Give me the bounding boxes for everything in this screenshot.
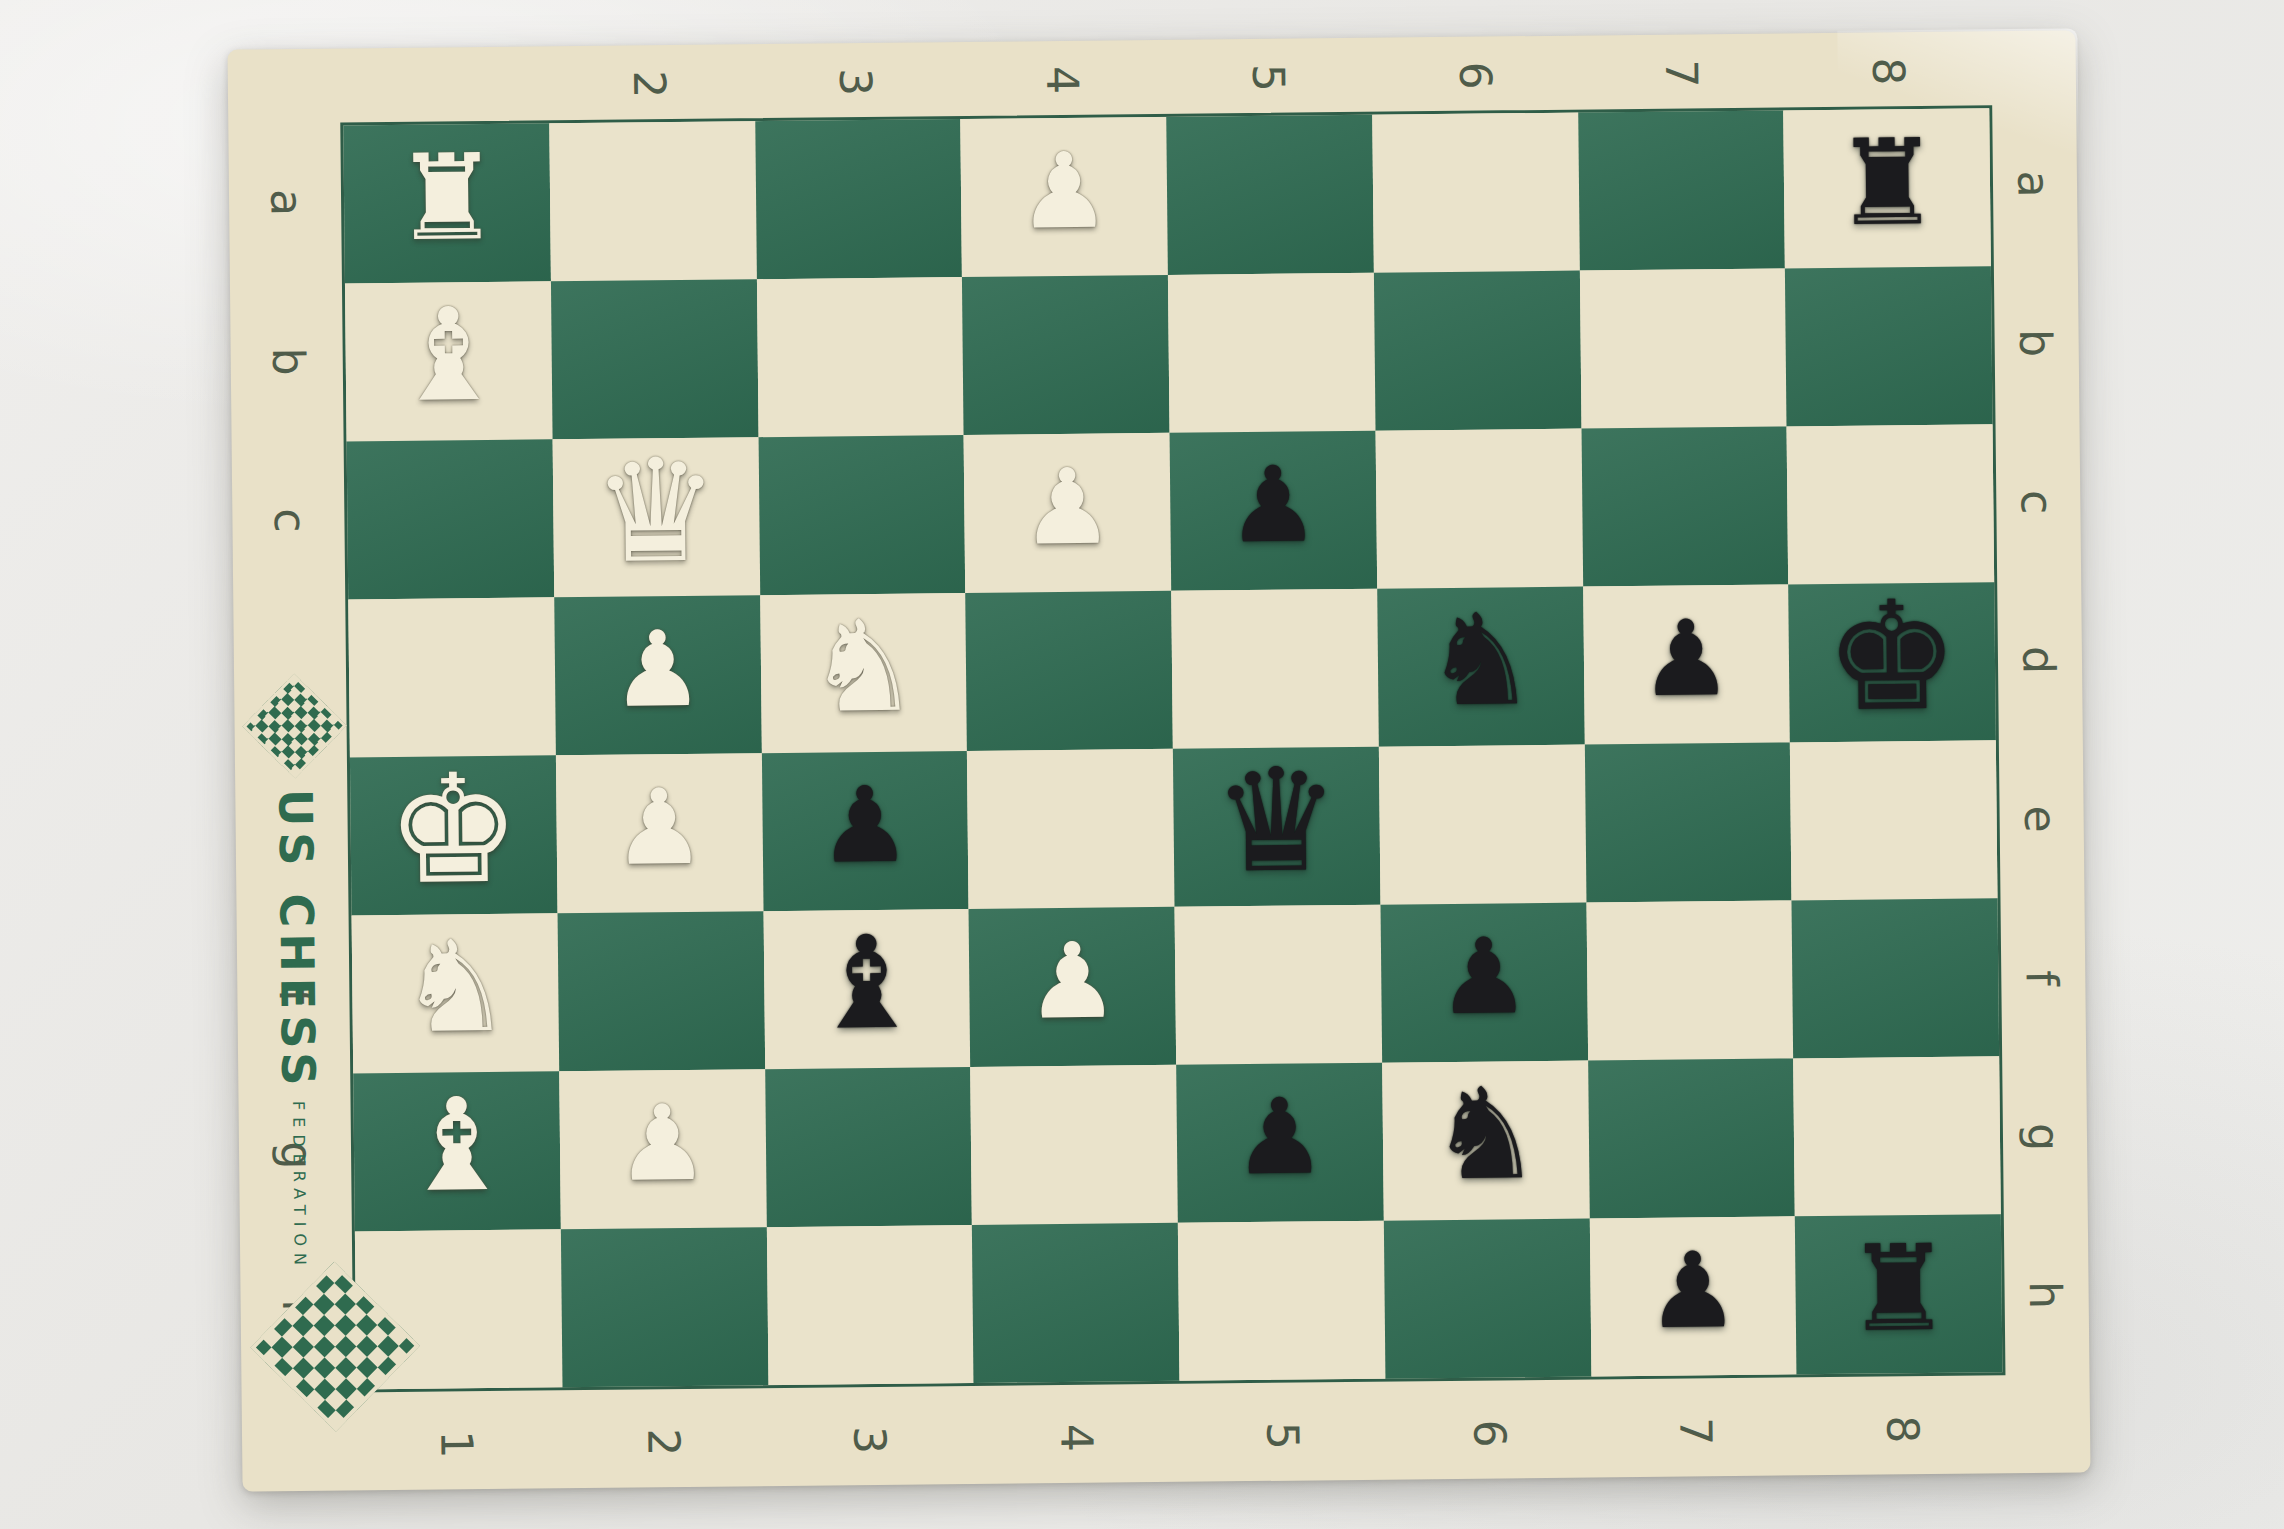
square-g5: ♟ — [1176, 1063, 1383, 1223]
square-f1: ♞ — [352, 913, 559, 1073]
white-pawn-e2: ♟ — [612, 775, 706, 880]
square-e4 — [967, 749, 1174, 909]
coordinate-label-2: 2 — [628, 1339, 700, 1529]
square-e6 — [1379, 745, 1586, 905]
coordinate-label-h: h — [1966, 1258, 2126, 1334]
white-rook-a1: ♜ — [393, 138, 500, 257]
coordinate-label-f: f — [1963, 940, 2123, 1016]
square-b1: ♝ — [345, 281, 552, 441]
coordinate-label-b: b — [1956, 305, 2116, 381]
top-rank-labels: 2345678 — [340, 39, 1993, 118]
square-f5 — [1175, 905, 1382, 1065]
white-pawn-a4: ♟ — [1017, 138, 1111, 243]
square-f2 — [557, 911, 764, 1071]
square-f3: ♝ — [763, 909, 970, 1069]
coordinate-label-e: e — [1961, 781, 2121, 857]
white-knight-d3: ♞ — [806, 604, 920, 731]
right-file-labels: abcdefgh — [1996, 104, 2083, 1375]
square-d3: ♞ — [760, 593, 967, 753]
coordinate-label-b: b — [209, 320, 369, 402]
knight-emblem-icon — [242, 674, 347, 779]
square-e7 — [1584, 742, 1791, 902]
square-b3 — [756, 277, 963, 437]
square-b7 — [1579, 268, 1786, 428]
square-g4 — [970, 1065, 1177, 1225]
black-pawn-h7: ♟ — [1646, 1238, 1740, 1343]
black-rook-a8: ♜ — [1834, 123, 1941, 242]
white-bishop-g1: ♝ — [399, 1081, 515, 1210]
black-pawn-g5: ♟ — [1233, 1084, 1327, 1189]
white-knight-f1: ♞ — [398, 924, 512, 1051]
square-f6: ♟ — [1380, 903, 1587, 1063]
logo-text-federation: FEDERATION — [289, 1101, 310, 1272]
square-b4 — [962, 275, 1169, 435]
us-chess-federation-logo: US CHESS FEDERATION — [242, 689, 352, 1273]
square-b5 — [1168, 273, 1375, 433]
square-c2: ♛ — [552, 437, 759, 597]
white-pawn-d2: ♟ — [610, 617, 704, 722]
coordinate-label-1: 1 — [421, 1341, 493, 1529]
white-pawn-f4: ♟ — [1025, 928, 1119, 1033]
bottom-rank-labels: 12345678 — [354, 1393, 2007, 1480]
square-b2 — [551, 279, 758, 439]
coordinate-label-a: a — [207, 162, 367, 244]
square-d7: ♟ — [1583, 584, 1790, 744]
coordinate-label-d: d — [1959, 623, 2119, 699]
square-d5 — [1171, 589, 1378, 749]
coordinate-label-3: 3 — [834, 1336, 906, 1529]
coordinate-label-c: c — [1958, 464, 2118, 540]
square-b6 — [1374, 271, 1581, 431]
coordinate-label-a: a — [1954, 146, 2114, 222]
coordinate-label-g: g — [1964, 1099, 2124, 1175]
black-pawn-f6: ♟ — [1437, 924, 1531, 1029]
coordinate-label-2: 2 — [618, 0, 682, 188]
black-queen-e5: ♛ — [1212, 749, 1341, 892]
logo-text-us-chess: US CHESS — [268, 789, 325, 1092]
square-e5: ♛ — [1173, 747, 1380, 907]
square-c4: ♟ — [964, 433, 1171, 593]
coordinate-label-4: 4 — [1041, 1334, 1113, 1529]
square-d1 — [348, 597, 555, 757]
playing-area: ♜♟♜♝♛♟♟♟♞♞♟♚♚♟♟♛♞♝♟♟♝♟♟♞♟♜ — [340, 105, 2005, 1392]
black-pawn-e3: ♟ — [818, 773, 912, 878]
chess-mat: 2345678 12345678 abcfgh abcdefgh US CHES… — [228, 30, 2091, 1491]
square-e1: ♚ — [350, 755, 557, 915]
black-knight-g6: ♞ — [1428, 1071, 1542, 1198]
square-c7 — [1581, 426, 1788, 586]
coordinate-label-c: c — [211, 479, 371, 561]
white-pawn-c4: ♟ — [1020, 454, 1114, 559]
black-pawn-c5: ♟ — [1226, 452, 1320, 557]
square-f4: ♟ — [969, 907, 1176, 1067]
square-c3 — [758, 435, 965, 595]
black-knight-d6: ♞ — [1423, 597, 1537, 724]
white-queen-c2: ♛ — [592, 440, 721, 583]
square-g6: ♞ — [1382, 1061, 1589, 1221]
square-a4: ♟ — [961, 117, 1168, 277]
white-bishop-b1: ♝ — [391, 291, 507, 420]
square-d6: ♞ — [1377, 587, 1584, 747]
square-g7 — [1588, 1058, 1795, 1218]
square-g2: ♟ — [559, 1069, 766, 1229]
coordinate-label-5: 5 — [1237, 0, 1301, 181]
coordinate-label-7: 7 — [1660, 1328, 1732, 1529]
coordinate-label-3: 3 — [824, 0, 888, 186]
white-king-e1: ♚ — [386, 754, 522, 905]
white-pawn-g2: ♟ — [615, 1091, 709, 1196]
black-king-d8: ♚ — [1824, 581, 1960, 732]
square-f7 — [1586, 900, 1793, 1060]
square-a1: ♜ — [343, 123, 550, 283]
square-e2: ♟ — [556, 753, 763, 913]
black-bishop-f3: ♝ — [809, 918, 925, 1047]
coordinate-label-blank — [340, 54, 547, 118]
black-pawn-d7: ♟ — [1639, 606, 1733, 711]
square-g3 — [765, 1067, 972, 1227]
coordinate-label-5: 5 — [1247, 1332, 1319, 1529]
coordinate-label-6: 6 — [1444, 0, 1508, 179]
square-g1: ♝ — [353, 1071, 560, 1231]
coordinate-label-7: 7 — [1650, 0, 1714, 177]
black-rook-h8: ♜ — [1845, 1229, 1952, 1348]
square-c5: ♟ — [1170, 431, 1377, 591]
board-grid: ♜♟♜♝♛♟♟♟♞♞♟♚♚♟♟♛♞♝♟♟♝♟♟♞♟♜ — [343, 108, 2002, 1389]
square-c6 — [1375, 429, 1582, 589]
coordinate-label-6: 6 — [1454, 1330, 1526, 1529]
square-d2: ♟ — [554, 595, 761, 755]
square-e3: ♟ — [761, 751, 968, 911]
square-d4 — [965, 591, 1172, 751]
square-c1 — [347, 439, 554, 599]
